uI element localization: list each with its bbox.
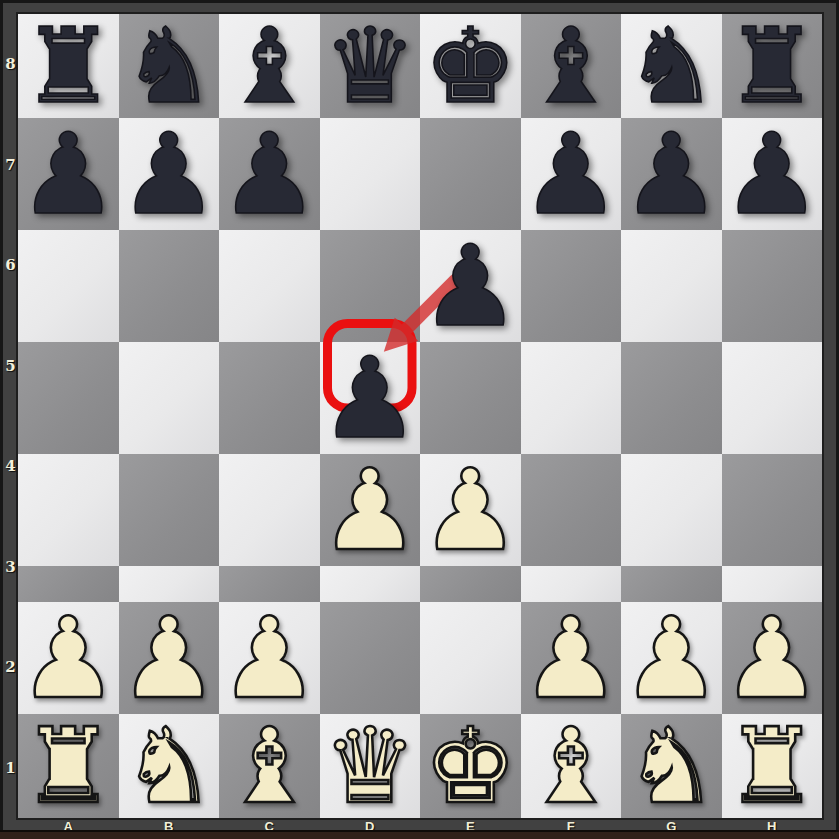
square-h6[interactable] bbox=[722, 230, 823, 342]
square-d8[interactable]: ♛ bbox=[320, 14, 421, 118]
piece-black-bishop: ♝ bbox=[223, 14, 316, 118]
piece-black-pawn: ♟ bbox=[18, 118, 118, 230]
square-b3[interactable] bbox=[119, 566, 220, 602]
chess-board: ♜♞♝♛♚♝♞♜♟♟♟♟♟♟♟♟♟♟♟♟♟♟♟♟♜♞♝♛♚♝♞♜ bbox=[18, 14, 822, 818]
square-a1[interactable]: ♜ bbox=[18, 714, 119, 818]
piece-black-pawn: ♟ bbox=[521, 118, 621, 230]
piece-black-knight: ♞ bbox=[122, 14, 215, 118]
piece-black-rook: ♜ bbox=[22, 14, 115, 118]
square-a6[interactable] bbox=[18, 230, 119, 342]
square-a3[interactable] bbox=[18, 566, 119, 602]
piece-white-rook: ♜ bbox=[725, 714, 818, 818]
square-h4[interactable] bbox=[722, 454, 823, 566]
square-f6[interactable] bbox=[521, 230, 622, 342]
piece-white-rook: ♜ bbox=[22, 714, 115, 818]
square-e1[interactable]: ♚ bbox=[420, 714, 521, 818]
piece-white-pawn: ♟ bbox=[722, 602, 822, 714]
square-g8[interactable]: ♞ bbox=[621, 14, 722, 118]
square-d2[interactable] bbox=[320, 602, 421, 714]
piece-white-knight: ♞ bbox=[625, 714, 718, 818]
square-c6[interactable] bbox=[219, 230, 320, 342]
square-e7[interactable] bbox=[420, 118, 521, 230]
square-c2[interactable]: ♟ bbox=[219, 602, 320, 714]
square-a2[interactable]: ♟ bbox=[18, 602, 119, 714]
piece-black-pawn: ♟ bbox=[219, 118, 319, 230]
square-d4[interactable]: ♟ bbox=[320, 454, 421, 566]
piece-white-pawn: ♟ bbox=[119, 602, 219, 714]
square-a7[interactable]: ♟ bbox=[18, 118, 119, 230]
square-b8[interactable]: ♞ bbox=[119, 14, 220, 118]
square-c7[interactable]: ♟ bbox=[219, 118, 320, 230]
square-a4[interactable] bbox=[18, 454, 119, 566]
square-c1[interactable]: ♝ bbox=[219, 714, 320, 818]
square-f5[interactable] bbox=[521, 342, 622, 454]
square-g1[interactable]: ♞ bbox=[621, 714, 722, 818]
square-c8[interactable]: ♝ bbox=[219, 14, 320, 118]
square-f4[interactable] bbox=[521, 454, 622, 566]
piece-black-knight: ♞ bbox=[625, 14, 718, 118]
square-e5[interactable] bbox=[420, 342, 521, 454]
square-b7[interactable]: ♟ bbox=[119, 118, 220, 230]
rank-label-7: 7 bbox=[3, 156, 18, 174]
square-f3[interactable] bbox=[521, 566, 622, 602]
square-g4[interactable] bbox=[621, 454, 722, 566]
rank-label-2: 2 bbox=[3, 658, 18, 676]
piece-black-pawn: ♟ bbox=[119, 118, 219, 230]
square-c4[interactable] bbox=[219, 454, 320, 566]
square-e4[interactable]: ♟ bbox=[420, 454, 521, 566]
piece-white-bishop: ♝ bbox=[524, 714, 617, 818]
square-h3[interactable] bbox=[722, 566, 823, 602]
square-d3[interactable] bbox=[320, 566, 421, 602]
piece-black-pawn: ♟ bbox=[320, 342, 420, 454]
square-f8[interactable]: ♝ bbox=[521, 14, 622, 118]
square-d6[interactable] bbox=[320, 230, 421, 342]
square-e6[interactable]: ♟ bbox=[420, 230, 521, 342]
square-h2[interactable]: ♟ bbox=[722, 602, 823, 714]
square-g5[interactable] bbox=[621, 342, 722, 454]
square-g3[interactable] bbox=[621, 566, 722, 602]
piece-white-knight: ♞ bbox=[122, 714, 215, 818]
chess-board-frame: ♜♞♝♛♚♝♞♜♟♟♟♟♟♟♟♟♟♟♟♟♟♟♟♟♜♞♝♛♚♝♞♜ 8765432… bbox=[0, 0, 839, 839]
piece-black-queen: ♛ bbox=[323, 14, 416, 118]
piece-white-pawn: ♟ bbox=[320, 454, 420, 566]
square-h1[interactable]: ♜ bbox=[722, 714, 823, 818]
rank-label-4: 4 bbox=[3, 457, 18, 475]
square-h8[interactable]: ♜ bbox=[722, 14, 823, 118]
rank-label-1: 1 bbox=[3, 759, 18, 777]
square-d7[interactable] bbox=[320, 118, 421, 230]
square-f1[interactable]: ♝ bbox=[521, 714, 622, 818]
piece-black-bishop: ♝ bbox=[524, 14, 617, 118]
piece-black-pawn: ♟ bbox=[722, 118, 822, 230]
square-d5[interactable]: ♟ bbox=[320, 342, 421, 454]
square-b5[interactable] bbox=[119, 342, 220, 454]
piece-black-pawn: ♟ bbox=[621, 118, 721, 230]
square-e2[interactable] bbox=[420, 602, 521, 714]
rank-label-5: 5 bbox=[3, 357, 18, 375]
square-g2[interactable]: ♟ bbox=[621, 602, 722, 714]
square-h7[interactable]: ♟ bbox=[722, 118, 823, 230]
square-a8[interactable]: ♜ bbox=[18, 14, 119, 118]
piece-black-king: ♚ bbox=[424, 14, 517, 118]
square-g7[interactable]: ♟ bbox=[621, 118, 722, 230]
square-b2[interactable]: ♟ bbox=[119, 602, 220, 714]
square-e3[interactable] bbox=[420, 566, 521, 602]
square-d1[interactable]: ♛ bbox=[320, 714, 421, 818]
piece-white-queen: ♛ bbox=[323, 714, 416, 818]
square-h5[interactable] bbox=[722, 342, 823, 454]
piece-black-pawn: ♟ bbox=[420, 230, 520, 342]
rank-label-8: 8 bbox=[3, 55, 18, 73]
piece-white-pawn: ♟ bbox=[18, 602, 118, 714]
square-e8[interactable]: ♚ bbox=[420, 14, 521, 118]
bottom-trim bbox=[0, 830, 839, 839]
piece-white-pawn: ♟ bbox=[621, 602, 721, 714]
square-g6[interactable] bbox=[621, 230, 722, 342]
square-b4[interactable] bbox=[119, 454, 220, 566]
square-c3[interactable] bbox=[219, 566, 320, 602]
square-b1[interactable]: ♞ bbox=[119, 714, 220, 818]
piece-white-pawn: ♟ bbox=[521, 602, 621, 714]
square-a5[interactable] bbox=[18, 342, 119, 454]
piece-white-pawn: ♟ bbox=[420, 454, 520, 566]
piece-black-rook: ♜ bbox=[725, 14, 818, 118]
piece-white-pawn: ♟ bbox=[219, 602, 319, 714]
piece-white-king: ♚ bbox=[424, 714, 517, 818]
square-b6[interactable] bbox=[119, 230, 220, 342]
square-c5[interactable] bbox=[219, 342, 320, 454]
rank-label-3: 3 bbox=[3, 558, 18, 576]
rank-label-6: 6 bbox=[3, 256, 18, 274]
square-f7[interactable]: ♟ bbox=[521, 118, 622, 230]
piece-white-bishop: ♝ bbox=[223, 714, 316, 818]
square-f2[interactable]: ♟ bbox=[521, 602, 622, 714]
